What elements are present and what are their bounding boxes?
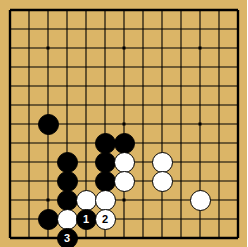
stone-black [114,133,135,154]
stone-black [57,171,78,192]
stones-layer: 123 [1,1,248,247]
stone-black [95,152,116,173]
stone-white [190,190,211,211]
stone-black [38,114,59,135]
stone-white-move-2: 2 [95,209,116,230]
stone-white [152,152,173,173]
stone-black [57,152,78,173]
stone-white [114,152,135,173]
stone-black-move-1: 1 [76,209,97,230]
go-board-diagram: 123 [0,0,247,247]
stone-black [95,133,116,154]
stone-white [95,190,116,211]
stone-black [38,209,59,230]
stone-white [152,171,173,192]
stone-white [76,190,97,211]
stone-black-move-3: 3 [57,228,78,247]
stone-black [57,190,78,211]
stone-white [114,171,135,192]
stone-white [57,209,78,230]
stone-black [95,171,116,192]
